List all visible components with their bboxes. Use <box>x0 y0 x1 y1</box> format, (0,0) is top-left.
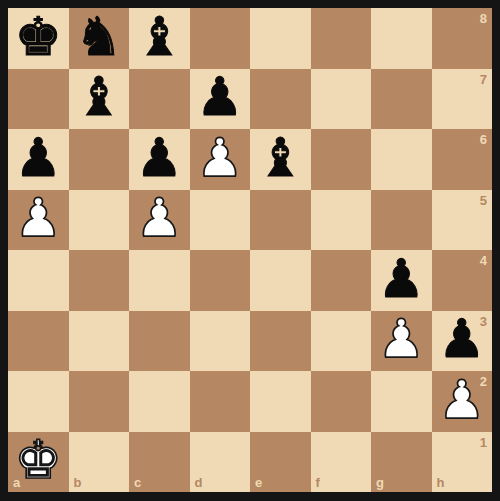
square-g2[interactable] <box>371 371 432 432</box>
square-a5[interactable]: ♟ <box>8 190 69 251</box>
square-d3[interactable] <box>190 311 251 372</box>
square-b4[interactable] <box>69 250 130 311</box>
square-g1[interactable]: g <box>371 432 432 493</box>
square-e3[interactable] <box>250 311 311 372</box>
piece-white-pawn[interactable]: ♟ <box>14 191 62 244</box>
rank-label-4: 4 <box>480 254 487 267</box>
square-d2[interactable] <box>190 371 251 432</box>
square-h2[interactable]: ♟2 <box>432 371 493 432</box>
square-e1[interactable]: e <box>250 432 311 493</box>
rank-label-5: 5 <box>480 194 487 207</box>
file-label-b: b <box>74 476 82 489</box>
square-f3[interactable] <box>311 311 372 372</box>
square-f5[interactable] <box>311 190 372 251</box>
square-b7[interactable]: ♝ <box>69 69 130 130</box>
piece-white-pawn[interactable]: ♟ <box>135 191 183 244</box>
rank-label-3: 3 <box>480 315 487 328</box>
piece-white-pawn[interactable]: ♟ <box>438 373 486 426</box>
square-c7[interactable] <box>129 69 190 130</box>
square-e2[interactable] <box>250 371 311 432</box>
file-label-a: a <box>13 476 20 489</box>
square-b1[interactable]: b <box>69 432 130 493</box>
square-h8[interactable]: 8 <box>432 8 493 69</box>
piece-black-knight[interactable]: ♞ <box>75 10 123 63</box>
square-a8[interactable]: ♚ <box>8 8 69 69</box>
piece-black-bishop[interactable]: ♝ <box>75 70 123 123</box>
square-h3[interactable]: ♟3 <box>432 311 493 372</box>
piece-black-king[interactable]: ♚ <box>14 10 62 63</box>
square-a1[interactable]: ♚a <box>8 432 69 493</box>
file-label-d: d <box>195 476 203 489</box>
square-h6[interactable]: 6 <box>432 129 493 190</box>
square-e6[interactable]: ♝ <box>250 129 311 190</box>
piece-white-pawn[interactable]: ♟ <box>377 312 425 365</box>
piece-black-bishop[interactable]: ♝ <box>256 131 304 184</box>
square-g5[interactable] <box>371 190 432 251</box>
rank-label-8: 8 <box>480 12 487 25</box>
square-g7[interactable] <box>371 69 432 130</box>
file-label-f: f <box>316 476 320 489</box>
piece-black-pawn[interactable]: ♟ <box>14 131 62 184</box>
square-a2[interactable] <box>8 371 69 432</box>
square-e7[interactable] <box>250 69 311 130</box>
square-e8[interactable] <box>250 8 311 69</box>
square-g4[interactable]: ♟ <box>371 250 432 311</box>
square-a3[interactable] <box>8 311 69 372</box>
piece-black-bishop[interactable]: ♝ <box>135 10 183 63</box>
square-h1[interactable]: 1h <box>432 432 493 493</box>
square-b3[interactable] <box>69 311 130 372</box>
square-d6[interactable]: ♟ <box>190 129 251 190</box>
square-a6[interactable]: ♟ <box>8 129 69 190</box>
square-g8[interactable] <box>371 8 432 69</box>
square-d7[interactable]: ♟ <box>190 69 251 130</box>
rank-label-2: 2 <box>480 375 487 388</box>
square-e4[interactable] <box>250 250 311 311</box>
square-h5[interactable]: 5 <box>432 190 493 251</box>
chess-board: ♚♞♝8♝♟7♟♟♟♝6♟♟5♟4♟♟3♟2♚abcdefg1h <box>8 8 492 492</box>
rank-label-7: 7 <box>480 73 487 86</box>
piece-black-pawn[interactable]: ♟ <box>377 252 425 305</box>
square-e5[interactable] <box>250 190 311 251</box>
piece-black-pawn[interactable]: ♟ <box>438 312 486 365</box>
rank-label-6: 6 <box>480 133 487 146</box>
square-b5[interactable] <box>69 190 130 251</box>
square-f6[interactable] <box>311 129 372 190</box>
file-label-h: h <box>437 476 445 489</box>
file-label-c: c <box>134 476 141 489</box>
square-c4[interactable] <box>129 250 190 311</box>
square-b2[interactable] <box>69 371 130 432</box>
square-g3[interactable]: ♟ <box>371 311 432 372</box>
square-f4[interactable] <box>311 250 372 311</box>
square-f1[interactable]: f <box>311 432 372 493</box>
square-d4[interactable] <box>190 250 251 311</box>
square-g6[interactable] <box>371 129 432 190</box>
square-d8[interactable] <box>190 8 251 69</box>
square-d5[interactable] <box>190 190 251 251</box>
square-c2[interactable] <box>129 371 190 432</box>
piece-black-pawn[interactable]: ♟ <box>196 70 244 123</box>
square-d1[interactable]: d <box>190 432 251 493</box>
piece-white-pawn[interactable]: ♟ <box>196 131 244 184</box>
square-h4[interactable]: 4 <box>432 250 493 311</box>
square-c3[interactable] <box>129 311 190 372</box>
square-c1[interactable]: c <box>129 432 190 493</box>
square-h7[interactable]: 7 <box>432 69 493 130</box>
square-c6[interactable]: ♟ <box>129 129 190 190</box>
square-b8[interactable]: ♞ <box>69 8 130 69</box>
square-b6[interactable] <box>69 129 130 190</box>
square-f8[interactable] <box>311 8 372 69</box>
piece-white-king[interactable]: ♚ <box>14 433 62 486</box>
square-c8[interactable]: ♝ <box>129 8 190 69</box>
file-label-e: e <box>255 476 262 489</box>
board-frame: ♚♞♝8♝♟7♟♟♟♝6♟♟5♟4♟♟3♟2♚abcdefg1h <box>0 0 500 501</box>
square-a7[interactable] <box>8 69 69 130</box>
file-label-g: g <box>376 476 384 489</box>
square-c5[interactable]: ♟ <box>129 190 190 251</box>
square-f2[interactable] <box>311 371 372 432</box>
square-f7[interactable] <box>311 69 372 130</box>
piece-black-pawn[interactable]: ♟ <box>135 131 183 184</box>
square-a4[interactable] <box>8 250 69 311</box>
rank-label-1: 1 <box>480 436 487 449</box>
